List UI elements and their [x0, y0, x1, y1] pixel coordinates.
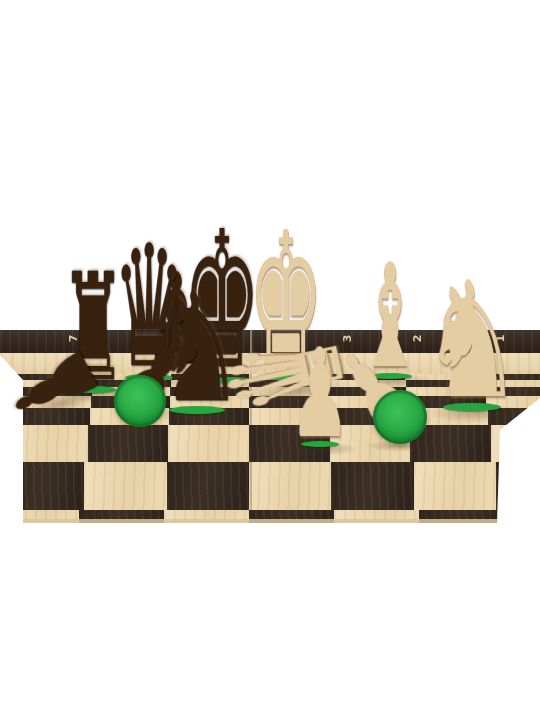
white-pawn-felt-base	[373, 390, 427, 444]
pieces-layer: ♟♝♛♚♚♛♜♟♞♞♟♟♟	[0, 0, 540, 720]
product-photo: 7321 ♟♝♛♚♚♛♜♟♞♞♟♟♟	[0, 0, 540, 720]
white-knight: ♞	[420, 261, 523, 421]
dark-pawn-felt-base	[114, 375, 166, 427]
dark-pawn-fallen: ♟	[0, 335, 117, 439]
white-pawn: ♟	[290, 333, 350, 455]
